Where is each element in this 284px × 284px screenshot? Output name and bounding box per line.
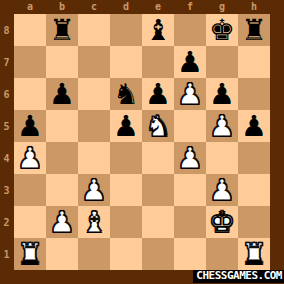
piece-white-pawn-g3: ♟ xyxy=(209,174,235,206)
rank-label-6: 6 xyxy=(0,78,13,110)
square-a6[interactable] xyxy=(14,78,46,110)
square-g5[interactable]: ♟ xyxy=(206,110,238,142)
square-c3[interactable]: ♟ xyxy=(78,174,110,206)
square-h1[interactable]: ♜ xyxy=(238,238,270,270)
rank-label-8: 8 xyxy=(0,14,13,46)
piece-white-rook-h1: ♜ xyxy=(241,238,267,270)
piece-white-king-g2: ♚ xyxy=(209,206,235,238)
square-g4[interactable] xyxy=(206,142,238,174)
square-f8[interactable] xyxy=(174,14,206,46)
square-b7[interactable] xyxy=(46,46,78,78)
square-c2[interactable]: ♝ xyxy=(78,206,110,238)
piece-black-pawn-f7: ♟ xyxy=(177,46,203,78)
file-label-a: a xyxy=(14,0,46,13)
piece-black-knight-d6: ♞ xyxy=(113,78,139,110)
square-d2[interactable] xyxy=(110,206,142,238)
square-a2[interactable] xyxy=(14,206,46,238)
file-label-b: b xyxy=(46,0,78,13)
piece-black-pawn-a5: ♟ xyxy=(17,110,43,142)
square-h8[interactable]: ♜ xyxy=(238,14,270,46)
square-h5[interactable]: ♟ xyxy=(238,110,270,142)
piece-black-pawn-g6: ♟ xyxy=(209,78,235,110)
piece-white-rook-a1: ♜ xyxy=(17,238,43,270)
square-d5[interactable]: ♟ xyxy=(110,110,142,142)
square-f2[interactable] xyxy=(174,206,206,238)
rank-label-4: 4 xyxy=(0,142,13,174)
piece-white-knight-e5: ♞ xyxy=(145,110,171,142)
square-c5[interactable] xyxy=(78,110,110,142)
square-b3[interactable] xyxy=(46,174,78,206)
rank-label-5: 5 xyxy=(0,110,13,142)
square-d3[interactable] xyxy=(110,174,142,206)
square-e7[interactable] xyxy=(142,46,174,78)
square-c8[interactable] xyxy=(78,14,110,46)
file-label-g: g xyxy=(206,0,238,13)
square-g2[interactable]: ♚ xyxy=(206,206,238,238)
file-labels: abcdefgh xyxy=(14,0,270,13)
square-f3[interactable] xyxy=(174,174,206,206)
square-g3[interactable]: ♟ xyxy=(206,174,238,206)
square-g8[interactable]: ♚ xyxy=(206,14,238,46)
square-b5[interactable] xyxy=(46,110,78,142)
square-b4[interactable] xyxy=(46,142,78,174)
square-d7[interactable] xyxy=(110,46,142,78)
square-b8[interactable]: ♜ xyxy=(46,14,78,46)
square-f1[interactable] xyxy=(174,238,206,270)
square-c6[interactable] xyxy=(78,78,110,110)
square-f6[interactable]: ♟ xyxy=(174,78,206,110)
square-e5[interactable]: ♞ xyxy=(142,110,174,142)
file-label-c: c xyxy=(78,0,110,13)
rank-label-1: 1 xyxy=(0,238,13,270)
chess-diagram: abcdefgh 87654321 ♜♝♚♜♟♟♞♟♟♟♟♟♞♟♟♟♟♟♟♟♝♚… xyxy=(0,0,284,284)
square-c4[interactable] xyxy=(78,142,110,174)
square-d6[interactable]: ♞ xyxy=(110,78,142,110)
square-d1[interactable] xyxy=(110,238,142,270)
square-g1[interactable] xyxy=(206,238,238,270)
square-f4[interactable]: ♟ xyxy=(174,142,206,174)
square-d4[interactable] xyxy=(110,142,142,174)
rank-label-3: 3 xyxy=(0,174,13,206)
file-label-e: e xyxy=(142,0,174,13)
square-a4[interactable]: ♟ xyxy=(14,142,46,174)
square-e2[interactable] xyxy=(142,206,174,238)
square-d8[interactable] xyxy=(110,14,142,46)
square-g6[interactable]: ♟ xyxy=(206,78,238,110)
file-label-f: f xyxy=(174,0,206,13)
rank-label-7: 7 xyxy=(0,46,13,78)
piece-black-king-g8: ♚ xyxy=(209,14,235,46)
square-a7[interactable] xyxy=(14,46,46,78)
piece-white-pawn-f4: ♟ xyxy=(177,142,203,174)
piece-black-rook-b8: ♜ xyxy=(49,14,75,46)
square-e8[interactable]: ♝ xyxy=(142,14,174,46)
watermark: CHESSGAMES.COM xyxy=(193,270,284,283)
piece-black-pawn-d5: ♟ xyxy=(113,110,139,142)
file-label-d: d xyxy=(110,0,142,13)
file-label-h: h xyxy=(238,0,270,13)
piece-white-pawn-b2: ♟ xyxy=(49,206,75,238)
square-f7[interactable]: ♟ xyxy=(174,46,206,78)
square-a8[interactable] xyxy=(14,14,46,46)
rank-label-2: 2 xyxy=(0,206,13,238)
square-h7[interactable] xyxy=(238,46,270,78)
square-e1[interactable] xyxy=(142,238,174,270)
piece-white-pawn-a4: ♟ xyxy=(17,142,43,174)
piece-white-pawn-c3: ♟ xyxy=(81,174,107,206)
piece-black-pawn-e6: ♟ xyxy=(145,78,171,110)
square-b1[interactable] xyxy=(46,238,78,270)
chess-board: ♜♝♚♜♟♟♞♟♟♟♟♟♞♟♟♟♟♟♟♟♝♚♜♜ xyxy=(14,14,270,270)
square-c7[interactable] xyxy=(78,46,110,78)
square-a5[interactable]: ♟ xyxy=(14,110,46,142)
piece-black-bishop-e8: ♝ xyxy=(145,14,171,46)
piece-black-rook-h8: ♜ xyxy=(241,14,267,46)
square-h3[interactable] xyxy=(238,174,270,206)
square-f5[interactable] xyxy=(174,110,206,142)
square-b2[interactable]: ♟ xyxy=(46,206,78,238)
square-h4[interactable] xyxy=(238,142,270,174)
piece-white-pawn-f6: ♟ xyxy=(177,78,203,110)
piece-black-pawn-b6: ♟ xyxy=(49,78,75,110)
square-g7[interactable] xyxy=(206,46,238,78)
square-b6[interactable]: ♟ xyxy=(46,78,78,110)
rank-labels: 87654321 xyxy=(0,14,13,270)
piece-black-pawn-h5: ♟ xyxy=(241,110,267,142)
square-e3[interactable] xyxy=(142,174,174,206)
square-e4[interactable] xyxy=(142,142,174,174)
square-h2[interactable] xyxy=(238,206,270,238)
square-a3[interactable] xyxy=(14,174,46,206)
square-a1[interactable]: ♜ xyxy=(14,238,46,270)
piece-white-pawn-g5: ♟ xyxy=(209,110,235,142)
square-h6[interactable] xyxy=(238,78,270,110)
square-e6[interactable]: ♟ xyxy=(142,78,174,110)
square-c1[interactable] xyxy=(78,238,110,270)
piece-white-bishop-c2: ♝ xyxy=(81,206,107,238)
